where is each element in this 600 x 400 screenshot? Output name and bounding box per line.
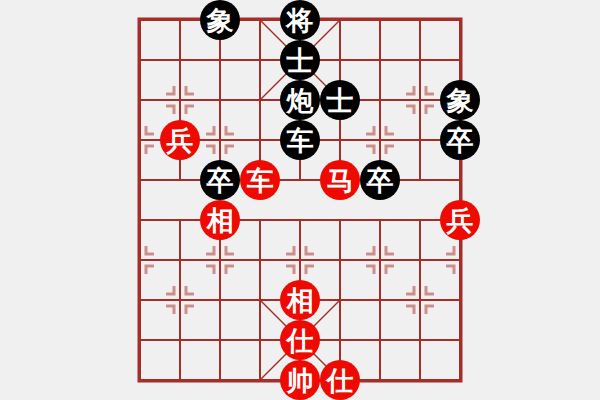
piece-black-elephant[interactable]: 象 — [200, 0, 240, 40]
piece-red-elephant[interactable]: 相 — [200, 200, 240, 240]
piece-black-soldier[interactable]: 卒 — [200, 160, 240, 200]
piece-black-advisor[interactable]: 士 — [280, 40, 320, 80]
piece-red-horse[interactable]: 马 — [320, 160, 360, 200]
xiangqi-board-screen: 象将士炮士象兵车卒卒车马卒相兵相仕帅仕 — [0, 0, 600, 400]
piece-black-chariot[interactable]: 车 — [280, 120, 320, 160]
piece-black-soldier[interactable]: 卒 — [360, 160, 400, 200]
piece-red-advisor[interactable]: 仕 — [320, 360, 360, 400]
piece-red-soldier[interactable]: 兵 — [440, 200, 480, 240]
piece-black-advisor[interactable]: 士 — [320, 80, 360, 120]
piece-red-chariot[interactable]: 车 — [240, 160, 280, 200]
piece-black-soldier[interactable]: 卒 — [440, 120, 480, 160]
piece-red-elephant[interactable]: 相 — [280, 280, 320, 320]
piece-red-general[interactable]: 帅 — [280, 360, 320, 400]
piece-black-elephant[interactable]: 象 — [440, 80, 480, 120]
piece-red-advisor[interactable]: 仕 — [280, 320, 320, 360]
piece-black-general[interactable]: 将 — [280, 0, 320, 40]
piece-black-cannon[interactable]: 炮 — [280, 80, 320, 120]
piece-red-soldier[interactable]: 兵 — [160, 120, 200, 160]
pieces-layer: 象将士炮士象兵车卒卒车马卒相兵相仕帅仕 — [120, 0, 480, 400]
